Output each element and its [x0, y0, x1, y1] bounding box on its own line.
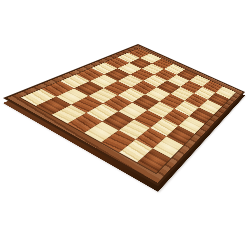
board-frame [3, 44, 245, 186]
chess-board [3, 44, 245, 186]
chessboard-photo [0, 0, 250, 250]
board-grid [21, 48, 236, 173]
